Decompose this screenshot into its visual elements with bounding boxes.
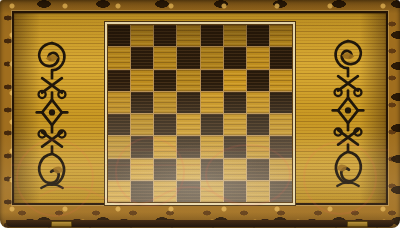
board-square-r5c1 [108,114,130,135]
board-square-r1c7 [247,25,269,46]
board-square-r5c5 [201,114,223,135]
board-square-r6c2 [131,136,153,157]
board-square-r1c6 [224,25,246,46]
scrollwork-icon [34,35,70,197]
board-square-r7c3 [154,159,176,180]
board-square-r3c2 [131,70,153,91]
chessboard-frame [104,21,296,206]
board-square-r2c6 [224,47,246,68]
board-square-r1c1 [108,25,130,46]
board-square-r4c1 [108,92,130,113]
product-photo-background [0,0,400,228]
board-square-r3c8 [270,70,292,91]
scrollwork-inlay-left [34,35,70,197]
board-square-r2c1 [108,47,130,68]
board-square-r5c7 [247,114,269,135]
board-square-r4c4 [177,92,199,113]
board-square-r6c3 [154,136,176,157]
board-square-r4c3 [154,92,176,113]
board-square-r2c4 [177,47,199,68]
board-square-r5c6 [224,114,246,135]
board-square-r6c8 [270,136,292,157]
board-square-r1c2 [131,25,153,46]
board-square-r7c6 [224,159,246,180]
board-square-r6c4 [177,136,199,157]
board-square-r1c3 [154,25,176,46]
board-square-r2c8 [270,47,292,68]
board-square-r5c4 [177,114,199,135]
board-square-r7c8 [270,159,292,180]
scrollwork-inlay-right [330,33,366,195]
board-square-r7c2 [131,159,153,180]
board-square-r2c7 [247,47,269,68]
board-square-r4c8 [270,92,292,113]
board-square-r8c1 [108,181,130,202]
backgammon-case-burl-frame [0,0,400,228]
board-square-r8c6 [224,181,246,202]
board-square-r5c2 [131,114,153,135]
board-square-r6c6 [224,136,246,157]
board-square-r3c7 [247,70,269,91]
board-square-r6c5 [201,136,223,157]
board-square-r7c4 [177,159,199,180]
board-square-r4c6 [224,92,246,113]
board-square-r8c7 [247,181,269,202]
lid-oak-panel [12,11,388,205]
board-square-r4c2 [131,92,153,113]
board-square-r8c8 [270,181,292,202]
board-square-r6c7 [247,136,269,157]
board-square-r1c5 [201,25,223,46]
board-square-r3c3 [154,70,176,91]
board-square-r2c3 [154,47,176,68]
board-square-r5c3 [154,114,176,135]
board-square-r5c8 [270,114,292,135]
board-square-r1c8 [270,25,292,46]
hinge-left [51,221,72,227]
board-square-r3c5 [201,70,223,91]
board-square-r7c7 [247,159,269,180]
board-square-r7c5 [201,159,223,180]
board-square-r8c4 [177,181,199,202]
hinge-right [347,221,368,227]
board-square-r8c3 [154,181,176,202]
board-square-r8c2 [131,181,153,202]
chessboard [107,24,293,203]
scrollwork-icon [330,33,366,195]
board-square-r2c5 [201,47,223,68]
board-square-r7c1 [108,159,130,180]
board-square-r1c4 [177,25,199,46]
board-square-r3c4 [177,70,199,91]
board-square-r8c5 [201,181,223,202]
board-square-r2c2 [131,47,153,68]
board-square-r3c1 [108,70,130,91]
board-square-r4c5 [201,92,223,113]
board-square-r6c1 [108,136,130,157]
board-square-r4c7 [247,92,269,113]
board-square-r3c6 [224,70,246,91]
